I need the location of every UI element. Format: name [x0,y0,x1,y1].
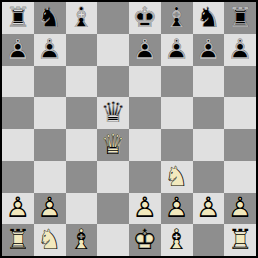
piece-outline: ♗ [66,224,98,256]
square-c7[interactable] [66,34,98,66]
piece-silhouette: ♜ [2,224,34,256]
square-a4[interactable] [2,129,34,161]
square-e1[interactable]: ♚♔ [129,224,161,256]
piece-silhouette: ♜ [224,224,256,256]
square-h7[interactable]: ♟♙ [224,34,256,66]
square-h1[interactable]: ♜♖ [224,224,256,256]
square-c6[interactable] [66,66,98,98]
piece-outline: ♕ [97,129,129,161]
piece-outline: ♗ [161,224,193,256]
square-h2[interactable]: ♟♙ [224,193,256,225]
square-d2[interactable] [97,193,129,225]
square-g5[interactable] [193,97,225,129]
square-g8[interactable]: ♞♘ [193,2,225,34]
square-f2[interactable]: ♟♙ [161,193,193,225]
square-e5[interactable] [129,97,161,129]
piece-outline: ♙ [34,34,66,66]
square-e6[interactable] [129,66,161,98]
piece-silhouette: ♟ [2,193,34,225]
square-c5[interactable] [66,97,98,129]
square-g1[interactable] [193,224,225,256]
square-g3[interactable] [193,161,225,193]
square-e8[interactable]: ♚♔ [129,2,161,34]
piece-silhouette: ♞ [161,161,193,193]
square-c2[interactable] [66,193,98,225]
piece-silhouette: ♞ [193,2,225,34]
piece-silhouette: ♟ [129,193,161,225]
piece-silhouette: ♝ [66,224,98,256]
square-e2[interactable]: ♟♙ [129,193,161,225]
piece-outline: ♕ [97,97,129,129]
square-c8[interactable]: ♝♗ [66,2,98,34]
piece-outline: ♙ [34,193,66,225]
piece-silhouette: ♟ [224,34,256,66]
piece-silhouette: ♟ [193,34,225,66]
square-d5[interactable]: ♛♕ [97,97,129,129]
piece-silhouette: ♞ [34,224,66,256]
piece-outline: ♙ [193,193,225,225]
piece-outline: ♘ [34,224,66,256]
square-f7[interactable]: ♟♙ [161,34,193,66]
chess-board-frame: ♜♖♞♘♝♗♚♔♝♗♞♘♜♖♟♙♟♙♟♙♟♙♟♙♟♙♛♕♛♕♞♘♟♙♟♙♟♙♟♙… [0,0,258,258]
piece-silhouette: ♛ [97,97,129,129]
square-g2[interactable]: ♟♙ [193,193,225,225]
square-a6[interactable] [2,66,34,98]
square-b7[interactable]: ♟♙ [34,34,66,66]
square-b5[interactable] [34,97,66,129]
square-b2[interactable]: ♟♙ [34,193,66,225]
square-f4[interactable] [161,129,193,161]
piece-outline: ♘ [193,2,225,34]
piece-silhouette: ♟ [129,34,161,66]
square-h3[interactable] [224,161,256,193]
square-b6[interactable] [34,66,66,98]
piece-outline: ♘ [161,161,193,193]
piece-silhouette: ♚ [129,2,161,34]
square-h5[interactable] [224,97,256,129]
piece-outline: ♙ [129,34,161,66]
piece-silhouette: ♞ [34,2,66,34]
piece-outline: ♖ [224,224,256,256]
piece-outline: ♗ [161,2,193,34]
square-e4[interactable] [129,129,161,161]
piece-silhouette: ♜ [2,2,34,34]
piece-silhouette: ♛ [97,129,129,161]
square-f3[interactable]: ♞♘ [161,161,193,193]
piece-silhouette: ♟ [224,193,256,225]
piece-outline: ♙ [224,193,256,225]
square-b3[interactable] [34,161,66,193]
square-h6[interactable] [224,66,256,98]
piece-silhouette: ♝ [66,2,98,34]
square-a2[interactable]: ♟♙ [2,193,34,225]
chess-board: ♜♖♞♘♝♗♚♔♝♗♞♘♜♖♟♙♟♙♟♙♟♙♟♙♟♙♛♕♛♕♞♘♟♙♟♙♟♙♟♙… [2,2,256,256]
square-a7[interactable]: ♟♙ [2,34,34,66]
square-c1[interactable]: ♝♗ [66,224,98,256]
piece-silhouette: ♝ [161,2,193,34]
square-d7[interactable] [97,34,129,66]
square-h4[interactable] [224,129,256,161]
square-d3[interactable] [97,161,129,193]
square-e7[interactable]: ♟♙ [129,34,161,66]
piece-outline: ♙ [161,34,193,66]
square-f1[interactable]: ♝♗ [161,224,193,256]
square-d8[interactable] [97,2,129,34]
square-g4[interactable] [193,129,225,161]
piece-silhouette: ♟ [161,34,193,66]
piece-silhouette: ♟ [2,34,34,66]
square-e3[interactable] [129,161,161,193]
square-a3[interactable] [2,161,34,193]
square-d1[interactable] [97,224,129,256]
piece-outline: ♖ [2,224,34,256]
square-f6[interactable] [161,66,193,98]
piece-silhouette: ♜ [224,2,256,34]
piece-outline: ♙ [129,193,161,225]
square-d4[interactable]: ♛♕ [97,129,129,161]
piece-outline: ♔ [129,2,161,34]
square-g7[interactable]: ♟♙ [193,34,225,66]
square-a8[interactable]: ♜♖ [2,2,34,34]
piece-outline: ♔ [129,224,161,256]
piece-outline: ♙ [193,34,225,66]
piece-silhouette: ♚ [129,224,161,256]
square-g6[interactable] [193,66,225,98]
square-c3[interactable] [66,161,98,193]
piece-outline: ♙ [2,193,34,225]
piece-outline: ♙ [2,34,34,66]
piece-silhouette: ♟ [161,193,193,225]
piece-outline: ♗ [66,2,98,34]
piece-outline: ♖ [224,2,256,34]
square-b1[interactable]: ♞♘ [34,224,66,256]
piece-silhouette: ♟ [34,34,66,66]
piece-outline: ♙ [224,34,256,66]
square-b4[interactable] [34,129,66,161]
square-f8[interactable]: ♝♗ [161,2,193,34]
square-f5[interactable] [161,97,193,129]
square-d6[interactable] [97,66,129,98]
piece-outline: ♖ [2,2,34,34]
square-b8[interactable]: ♞♘ [34,2,66,34]
piece-silhouette: ♝ [161,224,193,256]
piece-outline: ♙ [161,193,193,225]
piece-outline: ♘ [34,2,66,34]
piece-silhouette: ♟ [34,193,66,225]
square-c4[interactable] [66,129,98,161]
square-h8[interactable]: ♜♖ [224,2,256,34]
square-a5[interactable] [2,97,34,129]
square-a1[interactable]: ♜♖ [2,224,34,256]
piece-silhouette: ♟ [193,193,225,225]
